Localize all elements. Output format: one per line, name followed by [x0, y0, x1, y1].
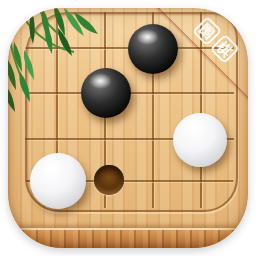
white-stone — [30, 153, 86, 209]
white-stone — [173, 113, 227, 167]
board-side-edge — [8, 228, 248, 248]
board-hole — [94, 165, 124, 195]
black-stone — [128, 24, 178, 74]
app-icon[interactable]: 围 棋 — [8, 8, 248, 248]
black-stone — [81, 68, 131, 118]
